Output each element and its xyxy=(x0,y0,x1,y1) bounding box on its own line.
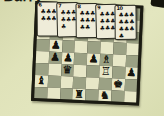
square-g2: ♚ xyxy=(111,78,124,90)
club-pip-icon: ♣ xyxy=(129,25,134,32)
club-pip-icon: ♣ xyxy=(60,22,65,29)
club-pip-icon: ♣ xyxy=(129,11,134,18)
square-h3: ♟ xyxy=(125,67,138,79)
square-a1 xyxy=(34,87,47,99)
card-pip-area: ♣♣♣♣♣♣♣♣♣♣ xyxy=(118,11,134,38)
card-pip-area: ♣♣♣♣♣♣ xyxy=(41,7,57,34)
club-pip-icon: ♣ xyxy=(129,18,134,25)
square-d4 xyxy=(74,53,87,65)
square-e3 xyxy=(86,65,99,77)
black-piece-f1: ♞ xyxy=(98,89,111,101)
white-piece-f3: ♖ xyxy=(99,66,112,78)
square-c4: ♟ xyxy=(61,52,74,64)
square-a3 xyxy=(35,63,48,75)
square-b4: ♟ xyxy=(49,52,62,64)
square-d1: ♜ xyxy=(73,88,86,100)
square-f3: ♖ xyxy=(99,66,112,78)
card-pip-area: ♣♣♣♣♣♣♣♣♣ xyxy=(99,10,116,37)
square-f1: ♞ xyxy=(98,89,111,101)
square-e1 xyxy=(85,89,98,101)
club-pip-icon: ♣ xyxy=(104,24,109,31)
card-pip-area: ♣♣♣♣♣♣♣ xyxy=(60,8,77,35)
black-piece-d1: ♜ xyxy=(73,88,86,100)
club-pip-icon: ♣ xyxy=(119,32,124,39)
square-f4: ♗ xyxy=(100,54,113,66)
square-d2 xyxy=(73,76,86,88)
square-c2 xyxy=(60,76,73,88)
black-piece-g2: ♚ xyxy=(111,78,124,90)
card-pip-area: ♣♣♣♣♣♣♣♣ xyxy=(80,9,96,36)
square-a2: ♝ xyxy=(35,75,48,87)
tilted-scan-content: ♟♟♟♟♗♛♖♟♝♚♜♞ 6♣♣♣♣♣♣7♣♣♣♣♣♣♣8♣♣♣♣♣♣♣♣9♣♣… xyxy=(0,0,164,116)
black-piece-b4: ♟ xyxy=(49,52,62,64)
playing-cards-row: 6♣♣♣♣♣♣7♣♣♣♣♣♣♣8♣♣♣♣♣♣♣♣9♣♣♣♣♣♣♣♣♣10♣♣♣♣… xyxy=(0,0,164,54)
square-g1 xyxy=(111,90,124,102)
scanned-page: ♟♟♟♟♗♛♖♟♝♚♜♞ 6♣♣♣♣♣♣7♣♣♣♣♣♣♣8♣♣♣♣♣♣♣♣9♣♣… xyxy=(0,0,164,116)
square-b1 xyxy=(47,87,60,99)
club-pip-icon: ♣ xyxy=(65,15,70,22)
square-c3: ♛ xyxy=(61,64,74,76)
square-e4: ♟ xyxy=(87,53,100,65)
square-b2 xyxy=(47,75,60,87)
white-piece-f4: ♗ xyxy=(100,54,113,66)
square-g3 xyxy=(112,66,125,78)
club-pip-icon: ♣ xyxy=(99,24,104,31)
club-pip-icon: ♣ xyxy=(85,23,90,30)
square-h1 xyxy=(124,90,137,102)
square-h2 xyxy=(124,79,137,91)
black-piece-e4: ♟ xyxy=(87,53,100,65)
square-c1 xyxy=(60,88,73,100)
square-g4 xyxy=(112,55,125,67)
black-piece-a2: ♝ xyxy=(35,75,48,87)
square-e2 xyxy=(86,77,99,89)
square-a4 xyxy=(36,51,49,63)
square-d3 xyxy=(74,65,87,77)
square-f2 xyxy=(99,78,112,90)
page-heading-clipped: Barry xyxy=(4,0,43,5)
black-piece-c3: ♛ xyxy=(61,64,74,76)
caption-fragment: 6. …… xyxy=(135,114,157,116)
black-piece-h3: ♟ xyxy=(125,67,138,79)
square-h4 xyxy=(125,55,138,67)
card-10-of-clubs: 10♣♣♣♣♣♣♣♣♣♣ xyxy=(114,5,136,40)
black-piece-c4: ♟ xyxy=(61,52,74,64)
square-b3 xyxy=(48,64,61,76)
